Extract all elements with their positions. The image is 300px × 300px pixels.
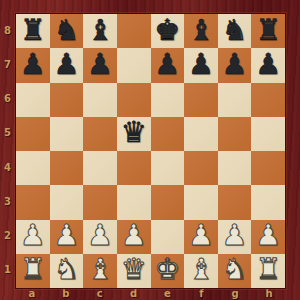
square-e4[interactable]: [151, 151, 185, 185]
square-a7[interactable]: ♟: [16, 48, 50, 82]
piece-white-bishop[interactable]: ♝: [87, 255, 113, 284]
square-g2[interactable]: ♟: [218, 220, 252, 254]
piece-white-pawn[interactable]: ♟: [20, 221, 46, 250]
square-b7[interactable]: ♟: [50, 48, 84, 82]
piece-black-bishop[interactable]: ♝: [87, 16, 113, 45]
square-b6[interactable]: [50, 83, 84, 117]
piece-white-knight[interactable]: ♞: [222, 255, 248, 284]
square-b1[interactable]: ♞: [50, 254, 84, 288]
square-a6[interactable]: [16, 83, 50, 117]
square-f6[interactable]: [184, 83, 218, 117]
piece-white-king[interactable]: ♚: [154, 255, 180, 284]
square-g4[interactable]: [218, 151, 252, 185]
piece-white-rook[interactable]: ♜: [20, 255, 46, 284]
square-c2[interactable]: ♟: [83, 220, 117, 254]
piece-white-pawn[interactable]: ♟: [53, 221, 79, 250]
square-f2[interactable]: ♟: [184, 220, 218, 254]
piece-black-pawn[interactable]: ♟: [154, 50, 180, 79]
square-d3[interactable]: [117, 185, 151, 219]
square-a2[interactable]: ♟: [16, 220, 50, 254]
square-c1[interactable]: ♝: [83, 254, 117, 288]
piece-black-pawn[interactable]: ♟: [188, 50, 214, 79]
square-d4[interactable]: [117, 151, 151, 185]
square-b8[interactable]: ♞: [50, 14, 84, 48]
square-d1[interactable]: ♛: [117, 254, 151, 288]
chess-board[interactable]: ♜♞♝♚♝♞♜♟♟♟♟♟♟♟♛♟♟♟♟♟♟♟♜♞♝♛♚♝♞♜: [15, 13, 286, 289]
piece-white-queen[interactable]: ♛: [121, 255, 147, 284]
square-h1[interactable]: ♜: [251, 254, 285, 288]
piece-black-rook[interactable]: ♜: [20, 16, 46, 45]
piece-black-king[interactable]: ♚: [154, 16, 180, 45]
piece-black-knight[interactable]: ♞: [53, 16, 79, 45]
square-a5[interactable]: [16, 117, 50, 151]
square-e8[interactable]: ♚: [151, 14, 185, 48]
square-b2[interactable]: ♟: [50, 220, 84, 254]
piece-black-pawn[interactable]: ♟: [222, 50, 248, 79]
square-e3[interactable]: [151, 185, 185, 219]
rank-label-7: 7: [0, 47, 15, 81]
rank-label-6: 6: [0, 82, 15, 116]
square-b3[interactable]: [50, 185, 84, 219]
square-e1[interactable]: ♚: [151, 254, 185, 288]
square-d6[interactable]: [117, 83, 151, 117]
piece-black-pawn[interactable]: ♟: [87, 50, 113, 79]
square-e5[interactable]: [151, 117, 185, 151]
piece-black-pawn[interactable]: ♟: [255, 50, 281, 79]
piece-white-pawn[interactable]: ♟: [87, 221, 113, 250]
square-a8[interactable]: ♜: [16, 14, 50, 48]
square-g7[interactable]: ♟: [218, 48, 252, 82]
piece-white-rook[interactable]: ♜: [255, 255, 281, 284]
square-a1[interactable]: ♜: [16, 254, 50, 288]
square-g3[interactable]: [218, 185, 252, 219]
piece-white-pawn[interactable]: ♟: [222, 221, 248, 250]
chess-board-frame: 87654321 abcdefgh ♜♞♝♚♝♞♜♟♟♟♟♟♟♟♛♟♟♟♟♟♟♟…: [0, 0, 300, 300]
square-h3[interactable]: [251, 185, 285, 219]
square-h7[interactable]: ♟: [251, 48, 285, 82]
square-h2[interactable]: ♟: [251, 220, 285, 254]
square-g8[interactable]: ♞: [218, 14, 252, 48]
square-c6[interactable]: [83, 83, 117, 117]
square-f5[interactable]: [184, 117, 218, 151]
piece-black-bishop[interactable]: ♝: [188, 16, 214, 45]
square-c7[interactable]: ♟: [83, 48, 117, 82]
square-a4[interactable]: [16, 151, 50, 185]
piece-white-bishop[interactable]: ♝: [188, 255, 214, 284]
square-g1[interactable]: ♞: [218, 254, 252, 288]
piece-white-pawn[interactable]: ♟: [255, 221, 281, 250]
rank-label-3: 3: [0, 184, 15, 218]
square-d8[interactable]: [117, 14, 151, 48]
square-f4[interactable]: [184, 151, 218, 185]
rank-labels: 87654321: [0, 13, 15, 287]
square-b4[interactable]: [50, 151, 84, 185]
square-b5[interactable]: [50, 117, 84, 151]
piece-white-knight[interactable]: ♞: [53, 255, 79, 284]
piece-black-rook[interactable]: ♜: [255, 16, 281, 45]
square-a3[interactable]: [16, 185, 50, 219]
square-h5[interactable]: [251, 117, 285, 151]
square-g5[interactable]: [218, 117, 252, 151]
square-h6[interactable]: [251, 83, 285, 117]
square-g6[interactable]: [218, 83, 252, 117]
piece-black-pawn[interactable]: ♟: [20, 50, 46, 79]
square-f3[interactable]: [184, 185, 218, 219]
square-c8[interactable]: ♝: [83, 14, 117, 48]
square-f7[interactable]: ♟: [184, 48, 218, 82]
square-e2[interactable]: [151, 220, 185, 254]
rank-label-2: 2: [0, 219, 15, 253]
rank-label-8: 8: [0, 13, 15, 47]
square-d5[interactable]: ♛: [117, 117, 151, 151]
rank-label-1: 1: [0, 253, 15, 287]
square-f1[interactable]: ♝: [184, 254, 218, 288]
square-e7[interactable]: ♟: [151, 48, 185, 82]
square-f8[interactable]: ♝: [184, 14, 218, 48]
piece-white-pawn[interactable]: ♟: [188, 221, 214, 250]
piece-black-queen[interactable]: ♛: [121, 118, 147, 147]
rank-label-4: 4: [0, 150, 15, 184]
square-c4[interactable]: [83, 151, 117, 185]
square-c5[interactable]: [83, 117, 117, 151]
square-c3[interactable]: [83, 185, 117, 219]
square-d2[interactable]: ♟: [117, 220, 151, 254]
square-h4[interactable]: [251, 151, 285, 185]
rank-label-5: 5: [0, 116, 15, 150]
square-d7[interactable]: [117, 48, 151, 82]
square-h8[interactable]: ♜: [251, 14, 285, 48]
piece-black-knight[interactable]: ♞: [222, 16, 248, 45]
piece-white-pawn[interactable]: ♟: [121, 221, 147, 250]
square-e6[interactable]: [151, 83, 185, 117]
piece-black-pawn[interactable]: ♟: [53, 50, 79, 79]
